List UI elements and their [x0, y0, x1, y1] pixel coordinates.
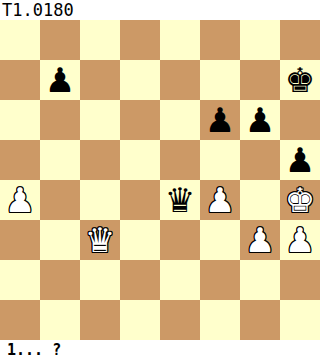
square-d8[interactable]	[120, 20, 160, 60]
square-h7[interactable]: ♚	[280, 60, 320, 100]
square-g8[interactable]	[240, 20, 280, 60]
square-d4[interactable]	[120, 180, 160, 220]
square-h6[interactable]	[280, 100, 320, 140]
puzzle-id-label: T1.0180	[2, 0, 74, 20]
square-g7[interactable]	[240, 60, 280, 100]
white-queen: ♛	[85, 220, 115, 260]
square-a8[interactable]	[0, 20, 40, 60]
square-c4[interactable]	[80, 180, 120, 220]
square-a6[interactable]	[0, 100, 40, 140]
black-pawn: ♟	[245, 100, 275, 140]
square-g3[interactable]: ♟	[240, 220, 280, 260]
square-e8[interactable]	[160, 20, 200, 60]
puzzle-header: T1.0180	[0, 0, 320, 20]
chess-board: ♟♚♟♟♟♟♛♟♚♛♟♟	[0, 20, 320, 340]
square-g6[interactable]: ♟	[240, 100, 280, 140]
square-f4[interactable]: ♟	[200, 180, 240, 220]
square-d3[interactable]	[120, 220, 160, 260]
square-c2[interactable]	[80, 260, 120, 300]
square-f6[interactable]: ♟	[200, 100, 240, 140]
white-pawn: ♟	[205, 180, 235, 220]
square-e3[interactable]	[160, 220, 200, 260]
chess-puzzle-window: T1.0180 ♟♚♟♟♟♟♛♟♚♛♟♟ 1... ?	[0, 0, 320, 360]
square-d1[interactable]	[120, 300, 160, 340]
square-a1[interactable]	[0, 300, 40, 340]
square-a7[interactable]	[0, 60, 40, 100]
square-c6[interactable]	[80, 100, 120, 140]
square-f5[interactable]	[200, 140, 240, 180]
square-f1[interactable]	[200, 300, 240, 340]
white-king: ♚	[285, 180, 315, 220]
square-b5[interactable]	[40, 140, 80, 180]
square-h2[interactable]	[280, 260, 320, 300]
square-c7[interactable]	[80, 60, 120, 100]
square-e4[interactable]: ♛	[160, 180, 200, 220]
square-f2[interactable]	[200, 260, 240, 300]
square-c5[interactable]	[80, 140, 120, 180]
square-g5[interactable]	[240, 140, 280, 180]
square-d5[interactable]	[120, 140, 160, 180]
square-b8[interactable]	[40, 20, 80, 60]
black-pawn: ♟	[285, 140, 315, 180]
square-a4[interactable]: ♟	[0, 180, 40, 220]
square-f3[interactable]	[200, 220, 240, 260]
square-a2[interactable]	[0, 260, 40, 300]
square-g2[interactable]	[240, 260, 280, 300]
square-h5[interactable]: ♟	[280, 140, 320, 180]
square-e1[interactable]	[160, 300, 200, 340]
square-f8[interactable]	[200, 20, 240, 60]
black-pawn: ♟	[205, 100, 235, 140]
white-pawn: ♟	[245, 220, 275, 260]
square-e6[interactable]	[160, 100, 200, 140]
square-b3[interactable]	[40, 220, 80, 260]
white-pawn: ♟	[5, 180, 35, 220]
square-b4[interactable]	[40, 180, 80, 220]
square-g4[interactable]	[240, 180, 280, 220]
square-f7[interactable]	[200, 60, 240, 100]
square-h3[interactable]: ♟	[280, 220, 320, 260]
square-g1[interactable]	[240, 300, 280, 340]
move-prompt-bar: 1... ?	[0, 340, 320, 360]
square-e7[interactable]	[160, 60, 200, 100]
square-c8[interactable]	[80, 20, 120, 60]
square-d2[interactable]	[120, 260, 160, 300]
square-e2[interactable]	[160, 260, 200, 300]
square-b1[interactable]	[40, 300, 80, 340]
square-h1[interactable]	[280, 300, 320, 340]
white-pawn: ♟	[285, 220, 315, 260]
square-e5[interactable]	[160, 140, 200, 180]
square-b2[interactable]	[40, 260, 80, 300]
square-a5[interactable]	[0, 140, 40, 180]
black-queen: ♛	[165, 180, 195, 220]
black-king: ♚	[285, 60, 315, 100]
square-c1[interactable]	[80, 300, 120, 340]
square-h4[interactable]: ♚	[280, 180, 320, 220]
square-d6[interactable]	[120, 100, 160, 140]
square-a3[interactable]	[0, 220, 40, 260]
square-d7[interactable]	[120, 60, 160, 100]
square-b6[interactable]	[40, 100, 80, 140]
square-h8[interactable]	[280, 20, 320, 60]
black-pawn: ♟	[45, 60, 75, 100]
move-prompt-label: 1... ?	[7, 340, 61, 360]
square-b7[interactable]: ♟	[40, 60, 80, 100]
square-c3[interactable]: ♛	[80, 220, 120, 260]
